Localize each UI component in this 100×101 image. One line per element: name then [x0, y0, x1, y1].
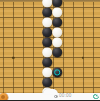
black-stone-last-move [52, 68, 62, 78]
black-stone [42, 28, 52, 38]
black-stone [42, 38, 52, 48]
black-stone [52, 18, 62, 28]
white-stone [52, 28, 62, 38]
last-move-marker [54, 70, 59, 75]
coin-core-icon [1, 95, 5, 99]
white-stone [42, 0, 52, 7]
timer: 00:00 [54, 93, 71, 100]
stone-layer [2, 0, 100, 97]
white-stone [42, 68, 52, 78]
black-stone [42, 8, 52, 18]
coin-icon[interactable] [0, 93, 8, 101]
restart-icon[interactable] [93, 94, 99, 100]
black-stone [52, 48, 62, 58]
timer-text: 00:00 [59, 94, 72, 99]
white-stone [42, 48, 52, 58]
clock-icon [54, 95, 58, 99]
black-stone [42, 58, 52, 68]
black-stone [42, 78, 52, 88]
app-screen: 00:00 [0, 0, 100, 100]
bottom-toolbar: 00:00 [0, 93, 100, 100]
white-stone [42, 18, 52, 28]
black-stone [52, 0, 62, 7]
white-stone [52, 38, 62, 48]
white-stone [52, 8, 62, 18]
